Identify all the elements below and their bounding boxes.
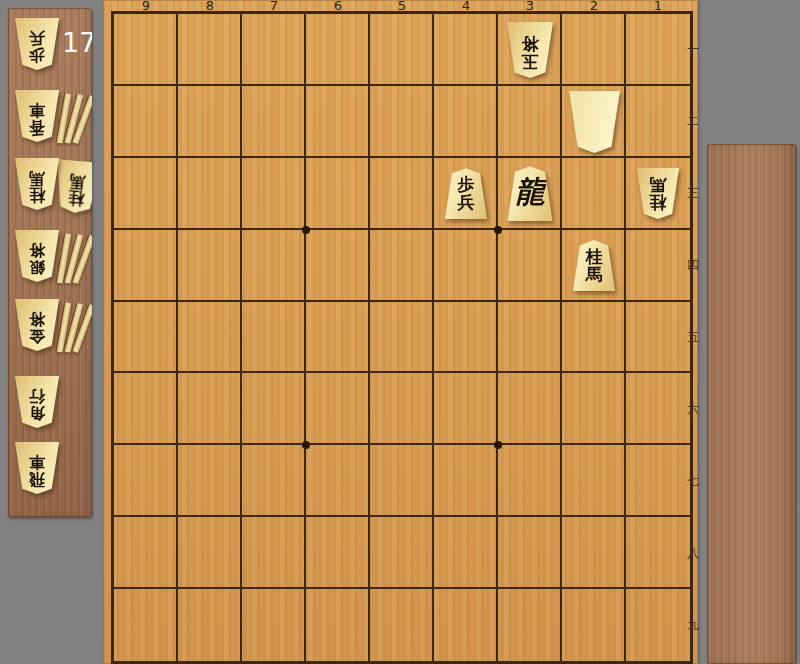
hand-gote-rook[interactable]: 飛車: [14, 442, 92, 508]
square-68[interactable]: [306, 517, 370, 589]
rank-label: 八: [687, 517, 699, 589]
hand-piece-pawn: 歩兵: [14, 18, 60, 70]
square-79[interactable]: [242, 589, 306, 661]
square-82[interactable]: [178, 86, 242, 158]
star-point-icon: [494, 226, 502, 234]
board: 987654321 一二三四五六七八九 玉将歩兵龍桂馬桂馬: [103, 0, 698, 664]
piece-gote-knight-13[interactable]: 桂馬: [636, 168, 680, 219]
square-57[interactable]: [370, 445, 434, 517]
piece-kanji: 角: [29, 405, 45, 422]
piece-kanji: 玉: [522, 53, 539, 71]
piece-face: 香車: [14, 90, 60, 142]
piece-kanji: 馬: [69, 172, 86, 190]
rank-labels: 一二三四五六七八九: [687, 14, 699, 661]
hand-gote-pawn[interactable]: 歩兵17: [14, 18, 92, 84]
star-point-icon: [302, 441, 310, 449]
square-25[interactable]: [562, 302, 626, 374]
square-98[interactable]: [114, 517, 178, 589]
piece-kanji: 馬: [29, 170, 45, 187]
square-67[interactable]: [306, 445, 370, 517]
piece-kanji: 行: [29, 388, 45, 405]
piece-kanji: 香: [29, 119, 45, 136]
square-81[interactable]: [178, 14, 242, 86]
square-85[interactable]: [178, 302, 242, 374]
hand-gote-knight[interactable]: 桂馬桂馬: [14, 158, 92, 224]
piece-face: 歩兵: [14, 18, 60, 70]
piece-kanji: 飛: [29, 471, 45, 488]
square-54[interactable]: [370, 230, 434, 302]
square-61[interactable]: [306, 14, 370, 86]
square-56[interactable]: [370, 373, 434, 445]
piece-face: 桂馬: [636, 168, 680, 219]
square-34[interactable]: [498, 230, 562, 302]
square-21[interactable]: [562, 14, 626, 86]
piece-kanji: 桂: [586, 247, 603, 265]
square-49[interactable]: [434, 589, 498, 661]
rank-label: 五: [687, 302, 699, 374]
square-69[interactable]: [306, 589, 370, 661]
square-46[interactable]: [434, 373, 498, 445]
piece-kanji: 桂: [29, 187, 45, 204]
square-77[interactable]: [242, 445, 306, 517]
square-41[interactable]: [434, 14, 498, 86]
square-11[interactable]: [626, 14, 690, 86]
piece-face: 桂馬: [14, 158, 60, 210]
piece-kanji: 馬: [650, 176, 667, 194]
komadai-gote: 歩兵17香車桂馬桂馬銀将金将角行飛車: [8, 8, 92, 517]
square-59[interactable]: [370, 589, 434, 661]
square-76[interactable]: [242, 373, 306, 445]
piece-sente-knight-24[interactable]: 桂馬: [572, 240, 616, 291]
piece-kanji: 馬: [586, 265, 603, 283]
komadai-sente: [707, 144, 796, 664]
square-37[interactable]: [498, 445, 562, 517]
hand-gote-bishop[interactable]: 角行: [14, 376, 92, 442]
hand-piece-knight: 桂馬: [14, 158, 60, 210]
square-73[interactable]: [242, 158, 306, 230]
square-97[interactable]: [114, 445, 178, 517]
square-94[interactable]: [114, 230, 178, 302]
square-19[interactable]: [626, 589, 690, 661]
piece-sente-pawn-43[interactable]: 歩兵: [444, 168, 488, 219]
piece-face: 桂馬: [572, 240, 616, 291]
rank-label: 六: [687, 373, 699, 445]
square-15[interactable]: [626, 302, 690, 374]
square-12[interactable]: [626, 86, 690, 158]
piece-kanji: 龍: [515, 176, 545, 208]
square-18[interactable]: [626, 517, 690, 589]
rank-label: 一: [687, 14, 699, 86]
piece-kanji: 桂: [650, 194, 667, 212]
square-88[interactable]: [178, 517, 242, 589]
square-83[interactable]: [178, 158, 242, 230]
rank-label: 四: [687, 230, 699, 302]
hand-piece-silver: 銀将: [14, 230, 60, 282]
piece-kanji: 桂: [67, 189, 84, 207]
square-26[interactable]: [562, 373, 626, 445]
piece-kanji: 兵: [458, 193, 475, 211]
square-89[interactable]: [178, 589, 242, 661]
square-71[interactable]: [242, 14, 306, 86]
square-42[interactable]: [434, 86, 498, 158]
square-45[interactable]: [434, 302, 498, 374]
piece-kanji: 将: [522, 35, 539, 53]
piece-face: 龍: [507, 166, 554, 221]
piece-kanji: 将: [29, 311, 45, 328]
square-95[interactable]: [114, 302, 178, 374]
square-91[interactable]: [114, 14, 178, 86]
square-99[interactable]: [114, 589, 178, 661]
square-36[interactable]: [498, 373, 562, 445]
piece-face: 角行: [14, 376, 60, 428]
square-44[interactable]: [434, 230, 498, 302]
square-28[interactable]: [562, 517, 626, 589]
hand-piece-rook: 飛車: [14, 442, 60, 494]
hand-piece-lance: 香車: [14, 90, 60, 142]
rank-label: 七: [687, 445, 699, 517]
square-87[interactable]: [178, 445, 242, 517]
square-32[interactable]: [498, 86, 562, 158]
square-17[interactable]: [626, 445, 690, 517]
piece-kanji: 歩: [29, 47, 45, 64]
square-93[interactable]: [114, 158, 178, 230]
square-66[interactable]: [306, 373, 370, 445]
square-48[interactable]: [434, 517, 498, 589]
square-62[interactable]: [306, 86, 370, 158]
piece-gote-blank-22[interactable]: [568, 91, 621, 153]
square-38[interactable]: [498, 517, 562, 589]
piece-face: 歩兵: [444, 168, 488, 219]
square-72[interactable]: [242, 86, 306, 158]
square-16[interactable]: [626, 373, 690, 445]
piece-kanji: 兵: [29, 30, 45, 47]
rank-label: 三: [687, 158, 699, 230]
square-63[interactable]: [306, 158, 370, 230]
piece-kanji: 歩: [458, 175, 475, 193]
square-27[interactable]: [562, 445, 626, 517]
square-96[interactable]: [114, 373, 178, 445]
square-47[interactable]: [434, 445, 498, 517]
square-35[interactable]: [498, 302, 562, 374]
rank-label: 二: [687, 86, 699, 158]
piece-face: 銀将: [14, 230, 60, 282]
square-86[interactable]: [178, 373, 242, 445]
square-64[interactable]: [306, 230, 370, 302]
square-39[interactable]: [498, 589, 562, 661]
square-55[interactable]: [370, 302, 434, 374]
piece-face: 玉将: [506, 22, 554, 78]
shogi-app: 歩兵17香車桂馬桂馬銀将金将角行飛車 987654321 一二三四五六七八九 玉…: [0, 0, 800, 664]
hand-piece-gold: 金将: [14, 299, 60, 351]
hand-piece-bishop: 角行: [14, 376, 60, 428]
piece-face: 金将: [14, 299, 60, 351]
square-92[interactable]: [114, 86, 178, 158]
piece-kanji: 車: [29, 454, 45, 471]
piece-kanji: 将: [29, 242, 45, 259]
square-53[interactable]: [370, 158, 434, 230]
piece-gote-king-31[interactable]: 玉将: [506, 22, 554, 78]
square-74[interactable]: [242, 230, 306, 302]
star-point-icon: [494, 441, 502, 449]
star-point-icon: [302, 226, 310, 234]
piece-face: 飛車: [14, 442, 60, 494]
square-14[interactable]: [626, 230, 690, 302]
piece-kanji: 銀: [29, 259, 45, 276]
square-51[interactable]: [370, 14, 434, 86]
square-52[interactable]: [370, 86, 434, 158]
hand-gote-lance[interactable]: 香車: [14, 90, 92, 156]
hand-count-label: 17: [62, 28, 92, 58]
square-65[interactable]: [306, 302, 370, 374]
rank-label: 九: [687, 589, 699, 661]
square-78[interactable]: [242, 517, 306, 589]
square-75[interactable]: [242, 302, 306, 374]
piece-face: [568, 91, 621, 153]
square-84[interactable]: [178, 230, 242, 302]
hand-gote-silver[interactable]: 銀将: [14, 230, 92, 296]
hand-gote-gold[interactable]: 金将: [14, 299, 92, 365]
square-23[interactable]: [562, 158, 626, 230]
piece-sente-dragon-33[interactable]: 龍: [507, 166, 554, 221]
square-29[interactable]: [562, 589, 626, 661]
piece-kanji: 車: [29, 102, 45, 119]
square-58[interactable]: [370, 517, 434, 589]
piece-kanji: 金: [29, 328, 45, 345]
